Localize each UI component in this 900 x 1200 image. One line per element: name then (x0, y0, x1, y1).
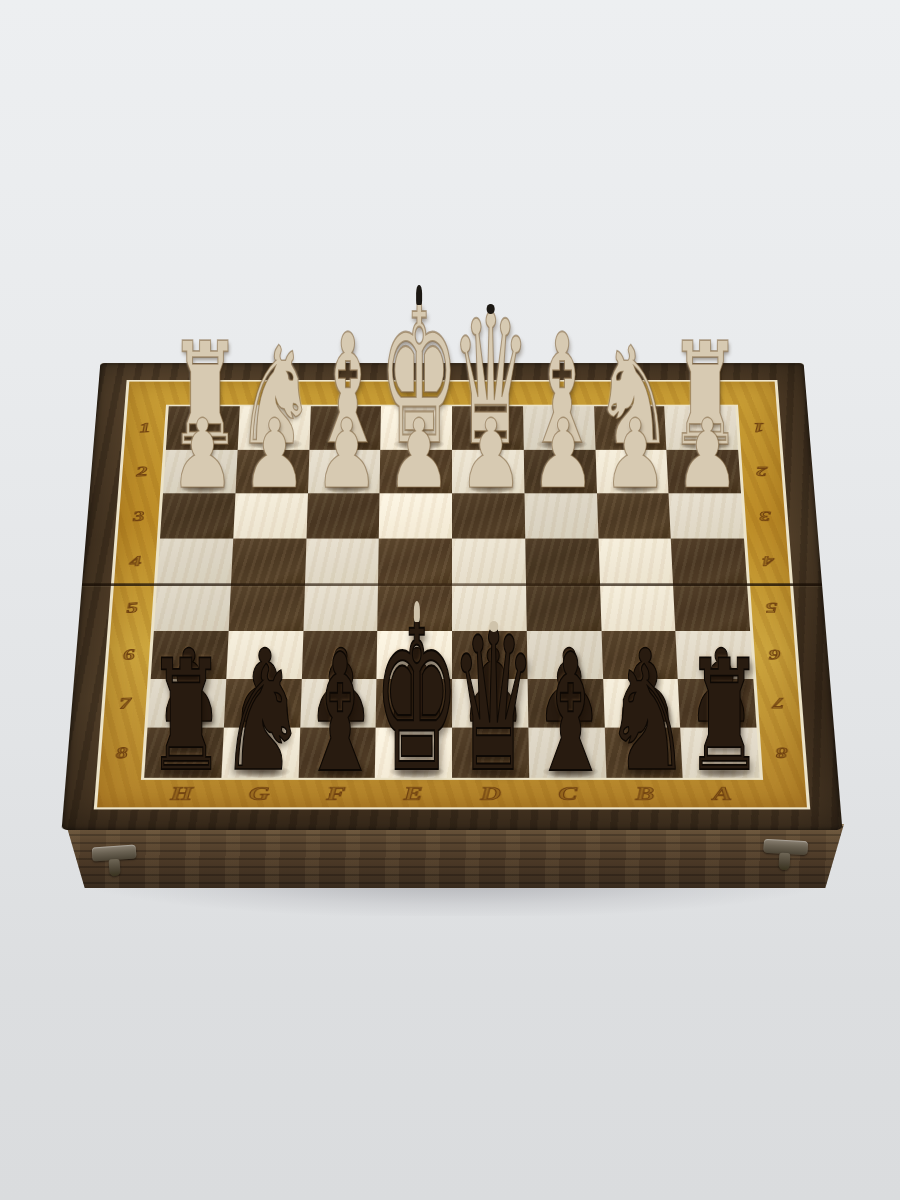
square-d5 (452, 584, 527, 631)
square-h5 (154, 584, 231, 631)
square-g8 (221, 728, 300, 778)
square-b3 (597, 494, 671, 539)
latch-knob-icon (109, 859, 121, 877)
square-h7 (147, 679, 226, 728)
square-a6 (676, 631, 754, 679)
square-d3 (452, 494, 525, 539)
square-c2 (524, 450, 597, 494)
board-squares (141, 405, 763, 780)
file-label-g: G (248, 784, 269, 803)
rank-label-left-7: 7 (119, 695, 132, 711)
square-a8 (680, 728, 759, 778)
square-h3 (160, 494, 235, 539)
square-a1 (664, 406, 738, 449)
rank-label-right-7: 7 (772, 696, 785, 711)
square-f6 (301, 631, 377, 679)
rank-label-right-4: 4 (762, 554, 774, 568)
square-d7 (452, 679, 528, 728)
square-d4 (452, 538, 526, 584)
rank-label-left-4: 4 (129, 554, 141, 569)
chess-board: 12345678 12345678 HGFEDCBA (62, 363, 843, 830)
square-h6 (151, 631, 229, 679)
square-e6 (377, 631, 452, 679)
square-f5 (303, 584, 378, 631)
square-e4 (378, 538, 452, 584)
rank-label-right-6: 6 (769, 647, 782, 662)
square-e7 (376, 679, 452, 728)
square-f7 (300, 679, 377, 728)
square-h4 (157, 538, 233, 584)
square-a4 (671, 538, 747, 584)
square-c6 (527, 631, 603, 679)
rank-label-left-2: 2 (136, 464, 148, 478)
rank-label-left-6: 6 (123, 647, 136, 663)
square-f8 (298, 728, 376, 778)
square-d8 (452, 728, 529, 778)
square-h1 (166, 406, 240, 449)
square-g3 (233, 494, 307, 539)
square-g2 (235, 450, 309, 494)
square-h8 (144, 728, 223, 778)
square-b4 (598, 538, 673, 584)
latch-knob-icon (778, 853, 790, 871)
square-a5 (673, 584, 750, 631)
fold-seam (82, 583, 822, 586)
square-f4 (304, 538, 379, 584)
rank-label-left-8: 8 (116, 745, 129, 761)
square-c8 (528, 728, 606, 778)
latch-right (762, 839, 810, 881)
scene: 12345678 12345678 HGFEDCBA ♜♞♝♚♛♝♞♜♟♟♟♟♟… (0, 0, 900, 1200)
square-f2 (307, 450, 380, 494)
square-c3 (524, 494, 598, 539)
rank-label-left-3: 3 (133, 509, 145, 524)
rank-label-right-3: 3 (759, 509, 771, 523)
square-g4 (231, 538, 306, 584)
square-b7 (603, 679, 681, 728)
square-e2 (380, 450, 452, 494)
square-d1 (452, 406, 524, 449)
board-3d-wrap: 12345678 12345678 HGFEDCBA (82, 214, 822, 954)
latch-left (92, 844, 141, 887)
square-b6 (601, 631, 678, 679)
file-labels-bottom: HGFEDCBA (142, 780, 762, 808)
square-g7 (224, 679, 302, 728)
square-e8 (375, 728, 452, 778)
rank-label-left-5: 5 (126, 600, 139, 615)
square-b5 (600, 584, 676, 631)
file-label-a: A (712, 784, 732, 803)
square-g5 (228, 584, 304, 631)
square-b2 (595, 450, 669, 494)
rank-label-right-2: 2 (756, 465, 768, 479)
file-label-d: D (480, 784, 501, 803)
square-d6 (452, 631, 527, 679)
square-a3 (669, 494, 744, 539)
square-c5 (526, 584, 601, 631)
file-label-h: H (170, 784, 193, 803)
square-c1 (523, 406, 595, 449)
square-a2 (667, 450, 741, 494)
square-c4 (525, 538, 600, 584)
square-e1 (380, 406, 452, 449)
square-b1 (594, 406, 667, 449)
square-g6 (226, 631, 303, 679)
square-f3 (306, 494, 380, 539)
square-f1 (309, 406, 381, 449)
rank-label-left-1: 1 (139, 421, 151, 435)
file-label-b: B (635, 784, 655, 803)
rank-label-right-1: 1 (753, 421, 765, 434)
square-e3 (379, 494, 452, 539)
file-label-f: F (326, 784, 345, 803)
square-d2 (452, 450, 524, 494)
square-c7 (527, 679, 604, 728)
square-h2 (163, 450, 237, 494)
rank-label-right-5: 5 (765, 600, 778, 615)
square-g1 (237, 406, 310, 449)
file-label-c: C (558, 784, 577, 803)
square-b8 (604, 728, 683, 778)
file-label-e: E (404, 784, 423, 803)
square-e5 (377, 584, 452, 631)
rank-label-right-8: 8 (776, 745, 789, 761)
square-a7 (678, 679, 757, 728)
